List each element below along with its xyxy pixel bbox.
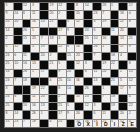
cell-r10c7[interactable]: 25: [58, 78, 66, 85]
cell-r3c14[interactable]: 22: [119, 20, 127, 27]
cell-r8c12[interactable]: 19: [102, 61, 110, 68]
cell-r4c14[interactable]: 20: [119, 28, 127, 35]
cell-number: 21: [50, 20, 54, 24]
cell-r4c8[interactable]: 9: [67, 28, 75, 35]
block-cell-r4c15: [128, 28, 136, 35]
cell-r8c4[interactable]: 13: [31, 61, 39, 68]
cell-number: 2: [58, 11, 60, 15]
block-cell-r14c6: [49, 111, 57, 118]
cell-r8c2[interactable]: 10: [14, 61, 22, 68]
block-cell-r9c13: [111, 70, 119, 77]
cell-number: 6: [94, 28, 96, 32]
cell-r1c6[interactable]: 19: [49, 3, 57, 10]
cell-number: 12: [23, 3, 27, 7]
cell-number: 25: [85, 36, 89, 40]
cell-letter: E: [128, 121, 136, 127]
block-cell-r9c9: [75, 70, 83, 77]
block-cell-r10c10: [84, 78, 92, 85]
cell-number: 26: [102, 3, 106, 7]
block-cell-r3c3: [23, 20, 31, 27]
cell-r12c1[interactable]: 24: [5, 95, 13, 102]
cell-r13c3[interactable]: 10: [23, 103, 31, 110]
cell-r14c5[interactable]: 1: [40, 111, 48, 118]
cell-r9c1[interactable]: 14: [5, 70, 13, 77]
cell-r9c5[interactable]: 17: [40, 70, 48, 77]
cell-r13c8[interactable]: 5: [67, 103, 75, 110]
cell-r1c7[interactable]: 22: [58, 3, 66, 10]
cell-number: 10: [14, 61, 18, 65]
cell-r12c12[interactable]: 7: [102, 95, 110, 102]
cell-r10c8[interactable]: 10: [67, 78, 75, 85]
cell-r5c5[interactable]: 7: [40, 36, 48, 43]
cell-r11c8[interactable]: 14: [67, 86, 75, 93]
board-frame: 5123192281426117924611202152371842510161…: [0, 0, 140, 132]
cell-number: 8: [129, 20, 131, 24]
cell-r5c3[interactable]: 15: [23, 36, 31, 43]
block-cell-r6c13: [111, 45, 119, 52]
cell-number: 17: [120, 86, 124, 90]
cell-number: 25: [6, 61, 10, 65]
cell-number: 2: [120, 70, 122, 74]
block-cell-r2c5: [40, 11, 48, 18]
cell-r2c14[interactable]: 18: [119, 11, 127, 18]
cell-r8c9[interactable]: 12: [75, 61, 83, 68]
cell-number: 19: [102, 61, 106, 65]
cell-r2c6[interactable]: 20: [49, 11, 57, 18]
cell-r7c8[interactable]: 15: [67, 53, 75, 60]
block-cell-r8c5: [40, 61, 48, 68]
cell-r1c3[interactable]: 12: [23, 3, 31, 10]
cell-r10c9[interactable]: 16: [75, 78, 83, 85]
cell-number: 6: [94, 111, 96, 115]
cell-number: 25: [58, 78, 62, 82]
cell-number: 23: [85, 95, 89, 99]
cell-r6c2[interactable]: 12: [14, 45, 22, 52]
block-cell-r12c8: [67, 95, 75, 102]
cell-number: 16: [76, 78, 80, 82]
cell-number: 23: [6, 78, 10, 82]
cell-r2c9[interactable]: 15: [75, 11, 83, 18]
cell-r3c15[interactable]: 8: [128, 20, 136, 27]
block-cell-r10c5: [40, 78, 48, 85]
cell-number: 13: [94, 78, 98, 82]
cell-r4c7[interactable]: 17: [58, 28, 66, 35]
cell-number: 8: [6, 111, 8, 115]
cell-r6c4[interactable]: 3: [31, 45, 39, 52]
codeword-grid: 5123192281426117924611202152371842510161…: [4, 2, 137, 128]
cell-r13c5[interactable]: 13: [40, 103, 48, 110]
cell-r9c14[interactable]: 2: [119, 70, 127, 77]
block-cell-r1c11: [93, 3, 101, 10]
cell-r12c9[interactable]: 15: [75, 95, 83, 102]
cell-r15c13[interactable]: 5I: [111, 120, 119, 127]
cell-r14c15[interactable]: 2: [128, 111, 136, 118]
cell-r2c12[interactable]: 7: [102, 11, 110, 18]
cell-r10c2[interactable]: 7: [14, 78, 22, 85]
cell-r9c12[interactable]: 20: [102, 70, 110, 77]
cell-r14c2[interactable]: 14: [14, 111, 22, 118]
cell-r14c7[interactable]: 17: [58, 111, 66, 118]
cell-r14c14[interactable]: 20: [119, 111, 127, 118]
cell-r2c11[interactable]: 23: [93, 11, 101, 18]
block-cell-r6c6: [49, 45, 57, 52]
block-cell-r13c9: [75, 103, 83, 110]
cell-r3c2[interactable]: 10: [14, 20, 22, 27]
cell-number: 26: [23, 28, 27, 32]
cell-r11c10[interactable]: 26: [84, 86, 92, 93]
cell-r12c5[interactable]: 20: [40, 95, 48, 102]
cell-r13c15[interactable]: 22: [128, 103, 136, 110]
cell-number: 14: [6, 70, 10, 74]
cell-number: 10: [14, 20, 18, 24]
cell-number: 24: [76, 111, 80, 115]
cell-r2c3[interactable]: 6: [23, 11, 31, 18]
cell-number: 12: [14, 45, 18, 49]
cell-r14c12[interactable]: 11: [102, 111, 110, 118]
cell-r6c11[interactable]: 26: [93, 45, 101, 52]
cell-r1c9[interactable]: 8: [75, 3, 83, 10]
cell-r8c13[interactable]: 22: [111, 61, 119, 68]
block-cell-r11c11: [93, 86, 101, 93]
cell-number: 9: [129, 86, 131, 90]
cell-r8c1[interactable]: 25: [5, 61, 13, 68]
cell-r10c1[interactable]: 23: [5, 78, 13, 85]
cell-r5c12[interactable]: 16: [102, 36, 110, 43]
cell-number: 11: [94, 70, 98, 74]
cell-number: 18: [120, 11, 124, 15]
cell-number: 22: [41, 86, 45, 90]
cell-number: 5: [6, 45, 8, 49]
cell-number: 25: [6, 20, 10, 24]
cell-number: 7: [102, 95, 104, 99]
cell-r14c1[interactable]: 8: [5, 111, 13, 118]
cell-r4c3[interactable]: 26: [23, 28, 31, 35]
cell-r6c12[interactable]: 1: [102, 45, 110, 52]
cell-r12c13[interactable]: 18: [111, 95, 119, 102]
cell-r15c9[interactable]: 10O: [75, 120, 83, 127]
cell-r3c4[interactable]: 16: [31, 20, 39, 27]
cell-number: 2: [58, 95, 60, 99]
cell-r9c4[interactable]: 1: [31, 70, 39, 77]
cell-r4c4[interactable]: 1: [31, 28, 39, 35]
cell-number: 23: [76, 53, 80, 57]
cell-r5c7[interactable]: 4: [58, 36, 66, 43]
cell-number: 23: [14, 120, 18, 124]
cell-number: 15: [76, 95, 80, 99]
cell-r9c7[interactable]: 9: [58, 70, 66, 77]
cell-r4c1[interactable]: 14: [5, 28, 13, 35]
block-cell-r13c12: [102, 103, 110, 110]
cell-r9c8[interactable]: 24: [67, 70, 75, 77]
cell-number: 7: [102, 11, 104, 15]
cell-number: 4: [58, 36, 60, 40]
cell-r7c14[interactable]: 4: [119, 53, 127, 60]
cell-r10c15[interactable]: 12: [128, 78, 136, 85]
cell-r7c6[interactable]: 2: [49, 53, 57, 60]
cell-r5c15[interactable]: 21: [128, 36, 136, 43]
cell-r2c15[interactable]: 4: [128, 11, 136, 18]
cell-number: 18: [32, 120, 36, 124]
cell-r15c1[interactable]: 15: [5, 120, 13, 127]
cell-r1c10[interactable]: 14: [84, 3, 92, 10]
cell-r10c3[interactable]: 18: [23, 78, 31, 85]
cell-number: 7: [23, 120, 25, 124]
cell-number: 17: [58, 28, 62, 32]
cell-r7c5[interactable]: 20: [40, 53, 48, 60]
cell-r15c6[interactable]: 4: [49, 120, 57, 127]
cell-number: 4: [129, 95, 131, 99]
cell-number: 2: [50, 53, 52, 57]
block-cell-r5c8: [67, 36, 75, 43]
cell-r15c14[interactable]: 12Z: [119, 120, 127, 127]
cell-r12c10[interactable]: 23: [84, 95, 92, 102]
cell-r2c7[interactable]: 2: [58, 11, 66, 18]
cell-r1c12[interactable]: 26: [102, 3, 110, 10]
cell-number: 12: [76, 61, 80, 65]
cell-r1c4[interactable]: 3: [31, 3, 39, 10]
block-cell-r4c12: [102, 28, 110, 35]
block-cell-r7c7: [58, 53, 66, 60]
cell-r1c1[interactable]: 5: [5, 3, 13, 10]
cell-r15c3[interactable]: 7: [23, 120, 31, 127]
cell-number: 20: [102, 70, 106, 74]
block-cell-r1c8: [67, 3, 75, 10]
cell-number: 1: [41, 111, 43, 115]
cell-r3c8[interactable]: 5: [67, 20, 75, 27]
cell-number: 14: [67, 86, 71, 90]
cell-r9c15[interactable]: 15: [128, 70, 136, 77]
cell-r11c7[interactable]: 8: [58, 86, 66, 93]
cell-r6c14[interactable]: 17: [119, 45, 127, 52]
cell-r11c12[interactable]: 1: [102, 86, 110, 93]
cell-r6c7[interactable]: 22: [58, 45, 66, 52]
cell-r5c14[interactable]: 13: [119, 36, 127, 43]
cell-r7c1[interactable]: 24: [5, 53, 13, 60]
cell-r12c2[interactable]: 6: [14, 95, 22, 102]
cell-number: 17: [120, 45, 124, 49]
cell-r15c4[interactable]: 18: [31, 120, 39, 127]
cell-number: 9: [6, 11, 8, 15]
cell-number: 9: [67, 28, 69, 32]
cell-number: 16: [32, 20, 36, 24]
block-cell-r12c11: [93, 95, 101, 102]
cell-r2c4[interactable]: 11: [31, 11, 39, 18]
block-cell-r9c6: [49, 70, 57, 77]
block-cell-r5c9: [75, 36, 83, 43]
cell-number: 12: [129, 78, 133, 82]
cell-r6c5[interactable]: 19: [40, 45, 48, 52]
block-cell-r1c14: [119, 3, 127, 10]
cell-number: 15: [129, 70, 133, 74]
cell-number: 14: [14, 111, 18, 115]
cell-r3c12[interactable]: 19: [102, 20, 110, 27]
cell-r4c11[interactable]: 6: [93, 28, 101, 35]
cell-number: 11: [111, 28, 115, 32]
cell-r14c8[interactable]: 9: [67, 111, 75, 118]
cell-r11c5[interactable]: 22: [40, 86, 48, 93]
cell-number: 6: [14, 95, 16, 99]
block-cell-r15c5: [40, 120, 48, 127]
cell-r5c10[interactable]: 25: [84, 36, 92, 43]
cell-number: 6: [14, 53, 16, 57]
cell-number: 5: [120, 78, 122, 82]
cell-number: 3: [94, 103, 96, 107]
cell-number: 11: [32, 11, 36, 15]
cell-number: 1: [102, 45, 104, 49]
cell-number: 1: [111, 3, 113, 7]
cell-r9c11[interactable]: 11: [93, 70, 101, 77]
cell-r13c13[interactable]: 19: [111, 103, 119, 110]
cell-r10c6[interactable]: 4: [49, 78, 57, 85]
cell-r13c1[interactable]: 25: [5, 103, 13, 110]
cell-number: 18: [23, 78, 27, 82]
cell-r5c11[interactable]: 10: [93, 36, 101, 43]
cell-number: 24: [85, 28, 89, 32]
cell-letter: Z: [119, 121, 127, 127]
cell-r8c10[interactable]: 3: [84, 61, 92, 68]
cell-r8c3[interactable]: 16: [23, 61, 31, 68]
cell-number: 16: [102, 36, 106, 40]
block-cell-r11c9: [75, 86, 83, 93]
cell-r6c1[interactable]: 5: [5, 45, 13, 52]
cell-number: 20: [120, 111, 124, 115]
cell-r13c10[interactable]: 12: [84, 103, 92, 110]
cell-number: 20: [41, 95, 45, 99]
block-cell-r4c5: [40, 28, 48, 35]
cell-r10c13[interactable]: 21: [111, 78, 119, 85]
block-cell-r4c9: [75, 28, 83, 35]
cell-r12c7[interactable]: 2: [58, 95, 66, 102]
cell-r2c2[interactable]: 24: [14, 11, 22, 18]
block-cell-r10c4: [31, 78, 39, 85]
cell-r10c11[interactable]: 13: [93, 78, 101, 85]
cell-r9c3[interactable]: 26: [23, 70, 31, 77]
cell-r10c14[interactable]: 5: [119, 78, 127, 85]
cell-r5c1[interactable]: 2: [5, 36, 13, 43]
cell-r12c15[interactable]: 4: [128, 95, 136, 102]
cell-number: 14: [6, 28, 10, 32]
cell-r11c14[interactable]: 17: [119, 86, 127, 93]
cell-r7c2[interactable]: 6: [14, 53, 22, 60]
block-cell-r8c8: [67, 61, 75, 68]
cell-r3c5[interactable]: 13: [40, 20, 48, 27]
block-cell-r6c10: [84, 45, 92, 52]
block-cell-r14c10: [84, 111, 92, 118]
cell-number: 18: [111, 53, 115, 57]
cell-r1c15[interactable]: 17: [128, 3, 136, 10]
block-cell-r7c15: [128, 53, 136, 60]
cell-r11c15[interactable]: 9: [128, 86, 136, 93]
cell-number: 5: [67, 20, 69, 24]
cell-r9c10[interactable]: 6: [84, 70, 92, 77]
cell-number: 10: [67, 78, 71, 82]
cell-number: 4: [120, 53, 122, 57]
cell-r8c7[interactable]: 5: [58, 61, 66, 68]
cell-r13c7[interactable]: 21: [58, 103, 66, 110]
cell-number: 25: [6, 103, 10, 107]
cell-r13c11[interactable]: 3: [93, 103, 101, 110]
cell-r6c8[interactable]: 8: [67, 45, 75, 52]
cell-r15c11[interactable]: 13I: [93, 120, 101, 127]
cell-letter: O: [75, 121, 83, 127]
cell-r15c7[interactable]: 25: [58, 120, 66, 127]
block-cell-r2c10: [84, 11, 92, 18]
cell-number: 15: [6, 120, 10, 124]
cell-r3c9[interactable]: 12: [75, 20, 83, 27]
cell-number: 8: [67, 45, 69, 49]
cell-r4c10[interactable]: 24: [84, 28, 92, 35]
cell-r8c15[interactable]: 8: [128, 61, 136, 68]
block-cell-r13c6: [49, 103, 57, 110]
cell-number: 12: [76, 20, 80, 24]
cell-number: 2: [129, 111, 131, 115]
cell-r11c1[interactable]: 3: [5, 86, 13, 93]
cell-r3c6[interactable]: 21: [49, 20, 57, 27]
cell-number: 9: [129, 45, 131, 49]
cell-r15c12[interactable]: 21D: [102, 120, 110, 127]
cell-r15c15[interactable]: 3E: [128, 120, 136, 127]
block-cell-r9c2: [14, 70, 22, 77]
cell-number: 24: [14, 11, 18, 15]
cell-number: 19: [41, 45, 45, 49]
block-cell-r7c10: [84, 53, 92, 60]
cell-number: 17: [41, 70, 45, 74]
cell-number: 21: [58, 103, 62, 107]
cell-number: 5: [6, 3, 8, 7]
block-cell-r5c2: [14, 36, 22, 43]
block-cell-r15c8: [67, 120, 75, 127]
cell-number: 15: [23, 36, 27, 40]
cell-number: 22: [111, 61, 115, 65]
cell-number: 13: [32, 61, 36, 65]
cell-r14c4[interactable]: 26: [31, 111, 39, 118]
cell-r12c4[interactable]: 11: [31, 95, 39, 102]
cell-r5c6[interactable]: 18: [49, 36, 57, 43]
cell-r5c4[interactable]: 23: [31, 36, 39, 43]
cell-number: 12: [85, 103, 89, 107]
cell-r14c9[interactable]: 24: [75, 111, 83, 118]
cell-number: 20: [50, 11, 54, 15]
cell-number: 7: [14, 78, 16, 82]
cell-r7c13[interactable]: 18: [111, 53, 119, 60]
block-cell-r4c2: [14, 28, 22, 35]
cell-r4c13[interactable]: 11: [111, 28, 119, 35]
cell-r15c10[interactable]: 16X: [84, 120, 92, 127]
cell-r8c6[interactable]: 21: [49, 61, 57, 68]
cell-r6c15[interactable]: 9: [128, 45, 136, 52]
cell-r3c1[interactable]: 25: [5, 20, 13, 27]
cell-r6c9[interactable]: 14: [75, 45, 83, 52]
block-cell-r10c12: [102, 78, 110, 85]
block-cell-r1c5: [40, 3, 48, 10]
cell-r3c11[interactable]: 3: [93, 20, 101, 27]
cell-r7c3[interactable]: 11: [23, 53, 31, 60]
cell-number: 4: [50, 78, 52, 82]
cell-r7c11[interactable]: 7: [93, 53, 101, 60]
cell-r1c13[interactable]: 1: [111, 3, 119, 10]
cell-number: 22: [129, 103, 133, 107]
cell-r15c2[interactable]: 23: [14, 120, 22, 127]
cell-number: 9: [67, 111, 69, 115]
cell-r11c4[interactable]: 19: [31, 86, 39, 93]
cell-number: 3: [6, 86, 8, 90]
cell-r14c11[interactable]: 6: [93, 111, 101, 118]
cell-r7c9[interactable]: 23: [75, 53, 83, 60]
cell-number: 16: [32, 103, 36, 107]
block-cell-r12c6: [49, 95, 57, 102]
cell-r13c4[interactable]: 16: [31, 103, 39, 110]
cell-r2c1[interactable]: 9: [5, 11, 13, 18]
